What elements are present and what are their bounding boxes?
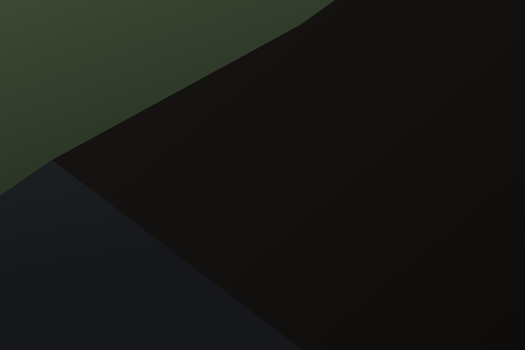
board-side-face-left — [0, 0, 525, 350]
photo-stage: 87654321 87654321 HGFEDCBA HGFEDCBA ♟♟♝♛… — [0, 0, 525, 350]
